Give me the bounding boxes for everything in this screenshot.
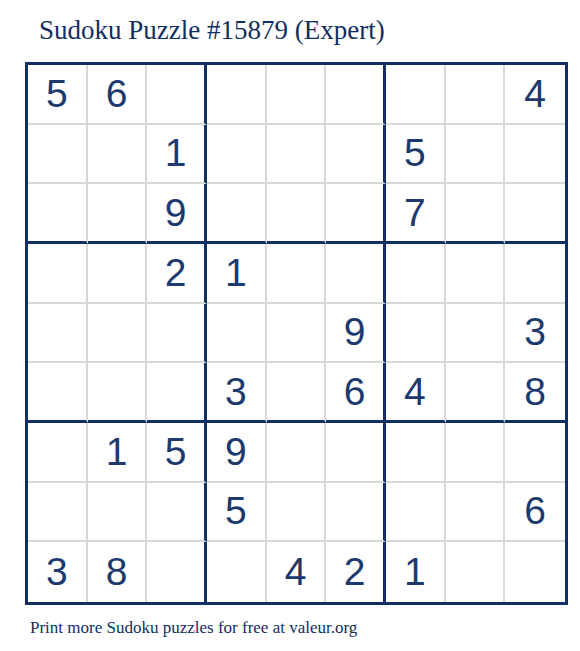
cell-r4c2	[88, 244, 148, 304]
cell-r6c9: 8	[505, 363, 565, 423]
cell-r1c9: 4	[505, 65, 565, 125]
cell-r7c4: 9	[207, 423, 267, 483]
cell-r6c1	[28, 363, 88, 423]
cell-r1c2: 6	[88, 65, 148, 125]
cell-r1c8	[446, 65, 506, 125]
cell-r8c1	[28, 483, 88, 543]
cell-r6c4: 3	[207, 363, 267, 423]
cell-r7c8	[446, 423, 506, 483]
cell-r3c2	[88, 184, 148, 244]
cell-r2c5	[267, 125, 327, 185]
cell-r8c4: 5	[207, 483, 267, 543]
cell-r9c4	[207, 542, 267, 602]
cell-r3c3: 9	[147, 184, 207, 244]
cell-r7c9	[505, 423, 565, 483]
cell-r8c2	[88, 483, 148, 543]
cell-r9c6: 2	[326, 542, 386, 602]
cell-r8c5	[267, 483, 327, 543]
cell-r9c7: 1	[386, 542, 446, 602]
cell-r6c2	[88, 363, 148, 423]
cell-r1c6	[326, 65, 386, 125]
cell-r5c9: 3	[505, 304, 565, 364]
cell-r7c1	[28, 423, 88, 483]
cell-r2c4	[207, 125, 267, 185]
cell-r3c1	[28, 184, 88, 244]
cell-r8c9: 6	[505, 483, 565, 543]
cell-r2c1	[28, 125, 88, 185]
cell-r4c9	[505, 244, 565, 304]
cell-r2c3: 1	[147, 125, 207, 185]
cell-r8c7	[386, 483, 446, 543]
cell-r5c3	[147, 304, 207, 364]
cell-r4c6	[326, 244, 386, 304]
cell-r5c6: 9	[326, 304, 386, 364]
cell-r1c4	[207, 65, 267, 125]
cell-r2c8	[446, 125, 506, 185]
cell-r8c8	[446, 483, 506, 543]
cell-r3c7: 7	[386, 184, 446, 244]
cell-r2c6	[326, 125, 386, 185]
cell-r6c7: 4	[386, 363, 446, 423]
cell-r3c5	[267, 184, 327, 244]
cell-r1c5	[267, 65, 327, 125]
cell-r5c7	[386, 304, 446, 364]
footer-text: Print more Sudoku puzzles for free at va…	[30, 618, 357, 638]
cell-r5c5	[267, 304, 327, 364]
cell-r4c8	[446, 244, 506, 304]
page-title: Sudoku Puzzle #15879 (Expert)	[39, 14, 385, 46]
cell-r9c2: 8	[88, 542, 148, 602]
cell-r1c7	[386, 65, 446, 125]
cell-r8c6	[326, 483, 386, 543]
cell-r2c2	[88, 125, 148, 185]
cell-r4c7	[386, 244, 446, 304]
cell-r5c4	[207, 304, 267, 364]
cell-r4c5	[267, 244, 327, 304]
cell-r5c8	[446, 304, 506, 364]
cell-r3c6	[326, 184, 386, 244]
cell-r7c6	[326, 423, 386, 483]
cell-r7c5	[267, 423, 327, 483]
cell-r5c2	[88, 304, 148, 364]
cell-r7c3: 5	[147, 423, 207, 483]
cell-r5c1	[28, 304, 88, 364]
cell-r6c6: 6	[326, 363, 386, 423]
cell-r2c9	[505, 125, 565, 185]
cell-r6c5	[267, 363, 327, 423]
cell-r3c9	[505, 184, 565, 244]
cell-r7c2: 1	[88, 423, 148, 483]
cell-r6c8	[446, 363, 506, 423]
cell-r8c3	[147, 483, 207, 543]
cell-r9c1: 3	[28, 542, 88, 602]
sudoku-board: 5641597219336481595638421	[25, 62, 568, 605]
cell-r4c3: 2	[147, 244, 207, 304]
cell-r9c5: 4	[267, 542, 327, 602]
cell-r3c8	[446, 184, 506, 244]
cell-r2c7: 5	[386, 125, 446, 185]
cell-r9c8	[446, 542, 506, 602]
cell-r7c7	[386, 423, 446, 483]
cell-r4c4: 1	[207, 244, 267, 304]
cell-r1c3	[147, 65, 207, 125]
cell-r9c9	[505, 542, 565, 602]
cell-r1c1: 5	[28, 65, 88, 125]
cell-r6c3	[147, 363, 207, 423]
cell-r3c4	[207, 184, 267, 244]
cell-r9c3	[147, 542, 207, 602]
cell-r4c1	[28, 244, 88, 304]
